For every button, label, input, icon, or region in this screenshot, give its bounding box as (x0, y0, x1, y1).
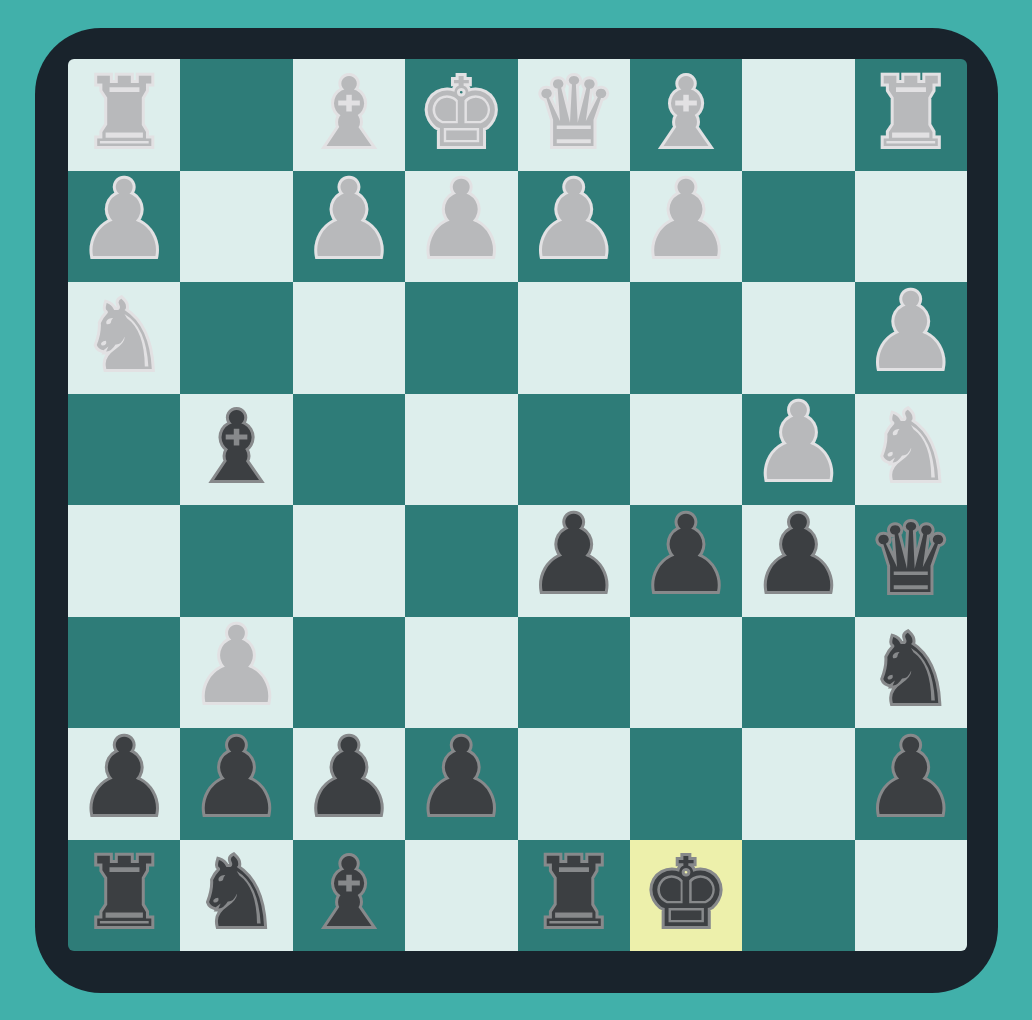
piece-white-pawn[interactable]: ♟ (751, 390, 846, 496)
square-c5[interactable]: ♟ (630, 505, 742, 617)
piece-black-knight[interactable]: ♞ (868, 622, 954, 718)
square-g8[interactable]: ♞ (180, 840, 292, 952)
piece-black-bishop[interactable]: ♝ (194, 399, 280, 495)
piece-white-knight[interactable]: ♞ (868, 399, 954, 495)
square-c1[interactable]: ♝ (630, 59, 742, 171)
square-f2[interactable]: ♟ (293, 171, 405, 283)
square-c3[interactable] (630, 282, 742, 394)
square-c4[interactable] (630, 394, 742, 506)
square-g3[interactable] (180, 282, 292, 394)
square-a3[interactable]: ♟ (855, 282, 967, 394)
piece-black-pawn[interactable]: ♟ (639, 502, 734, 608)
square-d4[interactable] (518, 394, 630, 506)
piece-black-pawn[interactable]: ♟ (77, 725, 172, 831)
square-g1[interactable] (180, 59, 292, 171)
square-f1[interactable]: ♝ (293, 59, 405, 171)
square-b2[interactable] (742, 171, 854, 283)
square-c6[interactable] (630, 617, 742, 729)
square-h7[interactable]: ♟ (68, 728, 180, 840)
piece-black-pawn[interactable]: ♟ (863, 725, 958, 831)
square-b7[interactable] (742, 728, 854, 840)
square-d7[interactable] (518, 728, 630, 840)
square-d5[interactable]: ♟ (518, 505, 630, 617)
piece-white-pawn[interactable]: ♟ (863, 279, 958, 385)
piece-black-rook[interactable]: ♜ (531, 845, 617, 941)
square-a7[interactable]: ♟ (855, 728, 967, 840)
square-e5[interactable] (405, 505, 517, 617)
piece-white-pawn[interactable]: ♟ (189, 613, 284, 719)
square-g7[interactable]: ♟ (180, 728, 292, 840)
square-h2[interactable]: ♟ (68, 171, 180, 283)
square-e4[interactable] (405, 394, 517, 506)
piece-white-pawn[interactable]: ♟ (526, 167, 621, 273)
square-b8[interactable] (742, 840, 854, 952)
square-g6[interactable]: ♟ (180, 617, 292, 729)
square-b5[interactable]: ♟ (742, 505, 854, 617)
piece-black-knight[interactable]: ♞ (194, 845, 280, 941)
square-e1[interactable]: ♚ (405, 59, 517, 171)
piece-white-bishop[interactable]: ♝ (643, 65, 729, 161)
square-a6[interactable]: ♞ (855, 617, 967, 729)
square-b4[interactable]: ♟ (742, 394, 854, 506)
square-f6[interactable] (293, 617, 405, 729)
square-h6[interactable] (68, 617, 180, 729)
piece-white-king[interactable]: ♚ (418, 65, 504, 161)
square-d3[interactable] (518, 282, 630, 394)
piece-black-pawn[interactable]: ♟ (301, 725, 396, 831)
square-e3[interactable] (405, 282, 517, 394)
piece-white-rook[interactable]: ♜ (81, 65, 167, 161)
square-e7[interactable]: ♟ (405, 728, 517, 840)
square-f3[interactable] (293, 282, 405, 394)
square-f8[interactable]: ♝ (293, 840, 405, 952)
square-a8[interactable] (855, 840, 967, 952)
square-b6[interactable] (742, 617, 854, 729)
piece-white-pawn[interactable]: ♟ (301, 167, 396, 273)
square-c2[interactable]: ♟ (630, 171, 742, 283)
piece-white-rook[interactable]: ♜ (868, 65, 954, 161)
piece-black-king[interactable]: ♚ (643, 845, 729, 941)
piece-white-knight[interactable]: ♞ (81, 288, 167, 384)
square-b1[interactable] (742, 59, 854, 171)
square-c7[interactable] (630, 728, 742, 840)
square-d1[interactable]: ♛ (518, 59, 630, 171)
square-h1[interactable]: ♜ (68, 59, 180, 171)
chess-board: ♜♝♚♛♝♜♟♟♟♟♟♞♟♝♟♞♟♟♟♛♟♞♟♟♟♟♟♜♞♝♜♚ (68, 59, 967, 951)
piece-black-rook[interactable]: ♜ (81, 845, 167, 941)
piece-white-pawn[interactable]: ♟ (414, 167, 509, 273)
square-g4[interactable]: ♝ (180, 394, 292, 506)
square-h8[interactable]: ♜ (68, 840, 180, 952)
piece-black-pawn[interactable]: ♟ (751, 502, 846, 608)
square-e6[interactable] (405, 617, 517, 729)
piece-black-pawn[interactable]: ♟ (414, 725, 509, 831)
square-d6[interactable] (518, 617, 630, 729)
square-a2[interactable] (855, 171, 967, 283)
square-e2[interactable]: ♟ (405, 171, 517, 283)
square-b3[interactable] (742, 282, 854, 394)
square-h4[interactable] (68, 394, 180, 506)
square-d2[interactable]: ♟ (518, 171, 630, 283)
square-a1[interactable]: ♜ (855, 59, 967, 171)
square-h3[interactable]: ♞ (68, 282, 180, 394)
piece-black-pawn[interactable]: ♟ (526, 502, 621, 608)
piece-white-pawn[interactable]: ♟ (639, 167, 734, 273)
square-c8[interactable]: ♚ (630, 840, 742, 952)
piece-white-queen[interactable]: ♛ (531, 65, 617, 161)
square-a4[interactable]: ♞ (855, 394, 967, 506)
square-e8[interactable] (405, 840, 517, 952)
app-background: ♜♝♚♛♝♜♟♟♟♟♟♞♟♝♟♞♟♟♟♛♟♞♟♟♟♟♟♜♞♝♜♚ (0, 0, 1032, 1020)
piece-black-queen[interactable]: ♛ (868, 511, 954, 607)
piece-white-pawn[interactable]: ♟ (77, 167, 172, 273)
square-h5[interactable] (68, 505, 180, 617)
square-a5[interactable]: ♛ (855, 505, 967, 617)
piece-white-bishop[interactable]: ♝ (306, 65, 392, 161)
square-d8[interactable]: ♜ (518, 840, 630, 952)
square-f4[interactable] (293, 394, 405, 506)
square-g5[interactable] (180, 505, 292, 617)
piece-black-pawn[interactable]: ♟ (189, 725, 284, 831)
square-g2[interactable] (180, 171, 292, 283)
square-f5[interactable] (293, 505, 405, 617)
piece-black-bishop[interactable]: ♝ (306, 845, 392, 941)
square-f7[interactable]: ♟ (293, 728, 405, 840)
